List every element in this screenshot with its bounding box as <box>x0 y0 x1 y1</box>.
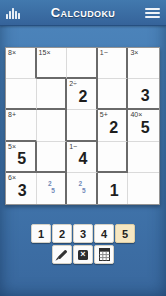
bar-chart-icon[interactable] <box>6 6 20 19</box>
cage-label: 8× <box>8 49 16 56</box>
page-title: Calcudoku <box>51 5 115 20</box>
eraser-icon: × <box>78 250 88 260</box>
cage-label: 15× <box>39 49 51 56</box>
cell-r3c2[interactable]: 1−4 <box>67 142 98 173</box>
cell-r1c4[interactable]: 3 <box>128 79 159 110</box>
cell-value: 3 <box>6 173 36 204</box>
cell-r4c1[interactable]: 25 <box>37 173 68 204</box>
cell-r3c4[interactable] <box>128 142 159 173</box>
cell-r2c4[interactable]: 40×5 <box>128 110 159 141</box>
cell-r2c3[interactable]: 5+2 <box>98 110 129 141</box>
numpad-key-2[interactable]: 2 <box>52 224 72 243</box>
cell-value: 2 <box>98 110 127 140</box>
app-window: Calcudoku 8×15×1−3×2÷238+5+240×55×51−46×… <box>0 0 166 296</box>
cell-r4c0[interactable]: 6×3 <box>6 173 37 204</box>
cage-label: 8+ <box>8 111 16 118</box>
title-bar: Calcudoku <box>0 0 166 26</box>
cell-r0c1[interactable]: 15× <box>37 48 68 79</box>
cell-r4c2[interactable]: 25 <box>67 173 98 204</box>
hamburger-menu-icon[interactable] <box>145 8 160 18</box>
candidates-button[interactable] <box>94 245 114 264</box>
cell-r3c3[interactable] <box>98 142 129 173</box>
pencil-mark: 2 <box>79 180 83 187</box>
cage-label: 3× <box>130 49 138 56</box>
cell-r2c2[interactable] <box>67 110 98 141</box>
cell-r4c3[interactable]: 1 <box>98 173 129 204</box>
pencil-icon <box>57 250 67 260</box>
cell-r3c0[interactable]: 5×5 <box>6 142 37 173</box>
cage-label: 1− <box>100 49 108 56</box>
cell-r2c1[interactable] <box>37 110 68 141</box>
tool-bar: × <box>0 245 166 264</box>
pencil-mark: 5 <box>82 187 86 194</box>
cell-r2c0[interactable]: 8+ <box>6 110 37 141</box>
calcudoku-board: 8×15×1−3×2÷238+5+240×55×51−46×325251 <box>5 47 160 205</box>
eraser-button[interactable]: × <box>73 245 93 264</box>
numpad-key-5[interactable]: 5 <box>115 224 135 243</box>
cell-r0c2[interactable] <box>67 48 98 79</box>
cell-r1c2[interactable]: 2÷2 <box>67 79 98 110</box>
cell-r4c4[interactable] <box>128 173 159 204</box>
cell-value: 5 <box>128 110 159 140</box>
pencil-mark: 2 <box>48 180 52 187</box>
numpad-key-4[interactable]: 4 <box>94 224 114 243</box>
cell-value: 3 <box>128 79 159 108</box>
cell-r1c3[interactable] <box>98 79 129 110</box>
numpad-key-3[interactable]: 3 <box>73 224 93 243</box>
cell-r0c3[interactable]: 1− <box>98 48 129 79</box>
cell-value: 4 <box>67 142 96 172</box>
cell-r1c1[interactable] <box>37 79 68 110</box>
pencil-mark: 5 <box>51 187 55 194</box>
numpad-key-1[interactable]: 1 <box>31 224 51 243</box>
cell-value: 5 <box>6 142 35 171</box>
cell-value: 1 <box>98 173 128 204</box>
pencil-button[interactable] <box>52 245 72 264</box>
candidates-grid-icon <box>99 248 110 261</box>
cell-r0c0[interactable]: 8× <box>6 48 37 79</box>
cell-r0c4[interactable]: 3× <box>128 48 159 79</box>
cell-r1c0[interactable] <box>6 79 37 110</box>
cell-value: 2 <box>67 79 96 109</box>
number-pad: 12345 <box>0 224 166 243</box>
cell-r3c1[interactable] <box>37 142 68 173</box>
